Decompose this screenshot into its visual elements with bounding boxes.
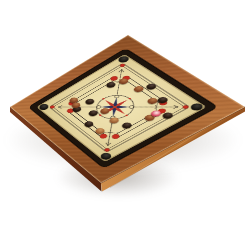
carrom-coin-black[interactable] bbox=[105, 80, 118, 88]
carrom-coin-black[interactable] bbox=[84, 97, 96, 105]
carrom-coin-white[interactable] bbox=[132, 85, 145, 93]
carrom-coin-black[interactable] bbox=[87, 109, 99, 117]
carrom-coin-white[interactable] bbox=[94, 127, 107, 135]
carrom-coin-white[interactable] bbox=[99, 107, 112, 115]
carrom-product-photo bbox=[0, 0, 250, 250]
carrom-coin-black[interactable] bbox=[161, 111, 175, 120]
carrom-coin-white[interactable] bbox=[108, 116, 121, 124]
carrom-coin-black[interactable] bbox=[83, 120, 95, 128]
carrom-coin-white[interactable] bbox=[117, 77, 130, 85]
carrom-coin-black[interactable] bbox=[145, 82, 159, 90]
carrom-coin-white[interactable] bbox=[146, 96, 160, 104]
carrom-coin-black[interactable] bbox=[120, 121, 133, 129]
